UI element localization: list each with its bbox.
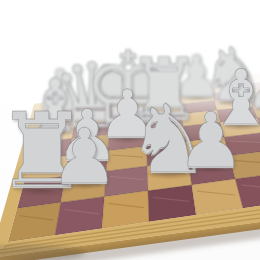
- chess-pieces-layer: ♟♟♞♝♛♚♜♟♟♝♟♜♟♞♟: [0, 0, 260, 260]
- chess-set-photo: ♟♟♞♝♛♚♜♟♟♝♟♜♟♞♟ ♟♟♞♝♛♚♜♟♟♝♟♜♟♞♟: [0, 0, 260, 260]
- chess-piece-pawn-b2: ♟: [50, 119, 119, 196]
- chess-piece-pawn-e2: ♟: [177, 102, 246, 179]
